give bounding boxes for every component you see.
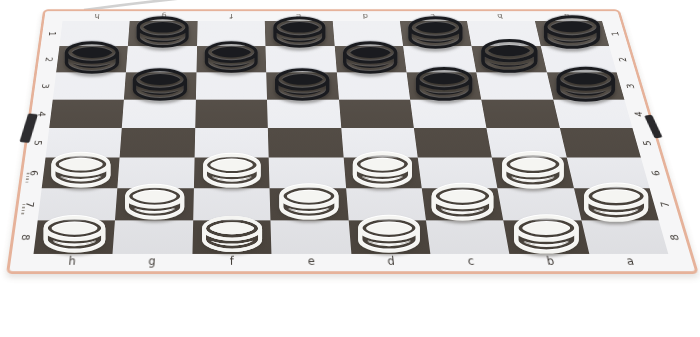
file-label-bottom-c: c [467,255,476,268]
rank-label-right-4: 4 [632,111,645,116]
square-g5[interactable] [120,128,195,158]
piece-white-f6[interactable]: ⛂ [200,135,264,197]
piece-black-c3[interactable]: ⛂ [413,49,476,111]
piece-white-e7[interactable]: ⛂ [276,166,342,230]
rank-label-left-2: 2 [42,57,54,62]
rank-label-left-8: 8 [18,234,32,240]
square-a5[interactable] [560,128,641,158]
piece-white-h6[interactable]: ⛂ [48,134,114,198]
file-label-bottom-e: e [308,255,316,268]
piece-black-f2[interactable]: ⛂ [202,25,261,82]
piece-white-g7[interactable]: ⛂ [122,166,188,230]
piece-white-f8[interactable]: ⛂ [199,198,265,263]
square-d4[interactable] [339,100,414,128]
piece-black-b2[interactable]: ⛂ [478,23,541,84]
piece-black-d2[interactable]: ⛂ [340,24,400,83]
piece-black-e3[interactable]: ⛂ [272,51,333,110]
square-c5[interactable] [414,128,492,158]
piece-white-d8[interactable]: ⛂ [355,197,424,264]
piece-black-g3[interactable]: ⛂ [130,51,190,110]
piece-white-h8[interactable]: ⛂ [40,197,109,264]
file-label-bottom-a: a [625,255,636,268]
piece-black-h2[interactable]: ⛂ [62,24,122,83]
piece-white-c7[interactable]: ⛂ [428,164,497,231]
rank-label-left-3: 3 [39,83,51,88]
page: hgfedcba hgfedcba 12345678 12345678 ⛂⛂⛂⛂… [0,0,700,337]
rank-label-right-7: 7 [658,201,672,207]
rank-label-right-8: 8 [667,234,681,240]
piece-white-d6[interactable]: ⛂ [350,134,416,198]
rank-label-right-5: 5 [640,140,653,145]
square-e5[interactable] [268,128,343,158]
file-label-bottom-g: g [148,255,156,268]
rank-label-right-1: 1 [609,31,621,36]
square-h4[interactable] [49,100,124,128]
square-f4[interactable] [195,100,268,128]
piece-white-b8[interactable]: ⛂ [510,195,582,265]
piece-white-a7[interactable]: ⛂ [581,163,652,233]
rank-label-left-1: 1 [46,31,58,36]
rank-label-right-3: 3 [624,83,637,88]
square-b4[interactable] [481,100,559,128]
file-label-top-f: f [229,13,232,20]
rank-label-left-5: 5 [31,140,44,145]
piece-black-a3[interactable]: ⛂ [553,48,618,112]
